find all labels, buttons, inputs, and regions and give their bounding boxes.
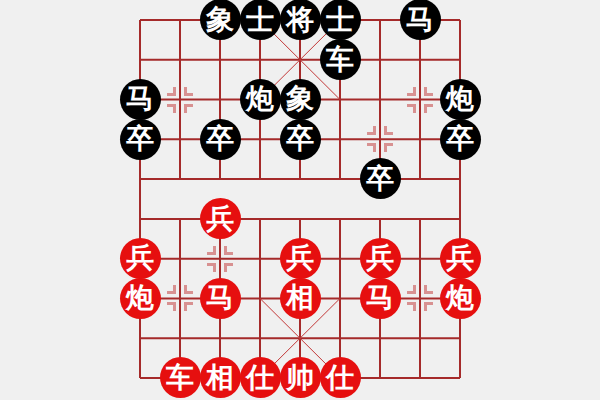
intersection[interactable]: 相 <box>200 358 240 398</box>
piece-glyph: 卒 <box>126 125 154 153</box>
piece-red-soldier[interactable]: 兵 <box>120 238 161 279</box>
piece-black-elephant[interactable]: 象 <box>200 0 241 40</box>
piece-red-horse[interactable]: 马 <box>360 278 401 319</box>
intersection[interactable]: 卒 <box>360 159 400 199</box>
piece-glyph: 兵 <box>206 205 234 233</box>
piece-glyph: 马 <box>406 6 434 34</box>
piece-glyph: 车 <box>326 46 354 74</box>
piece-black-advisor[interactable]: 士 <box>320 0 361 40</box>
piece-black-cannon[interactable]: 炮 <box>240 79 281 120</box>
piece-glyph: 仕 <box>246 364 274 392</box>
piece-glyph: 卒 <box>206 125 234 153</box>
piece-glyph: 兵 <box>126 244 154 272</box>
piece-glyph: 帅 <box>286 364 314 392</box>
piece-red-chariot[interactable]: 车 <box>160 357 201 398</box>
piece-black-general[interactable]: 将 <box>280 0 321 40</box>
piece-black-horse[interactable]: 马 <box>400 0 441 40</box>
piece-red-soldier[interactable]: 兵 <box>360 238 401 279</box>
intersection[interactable]: 士 <box>320 0 360 40</box>
piece-glyph: 士 <box>246 6 274 34</box>
piece-glyph: 兵 <box>366 244 394 272</box>
intersection[interactable]: 马 <box>360 278 400 318</box>
piece-glyph: 卒 <box>286 125 314 153</box>
piece-red-advisor[interactable]: 仕 <box>240 357 281 398</box>
piece-glyph: 象 <box>286 85 314 113</box>
intersection[interactable]: 帅 <box>280 358 320 398</box>
piece-black-chariot[interactable]: 车 <box>320 39 361 80</box>
intersection[interactable]: 炮 <box>440 278 480 318</box>
intersection[interactable]: 士 <box>240 0 280 40</box>
intersection[interactable]: 兵 <box>360 239 400 279</box>
piece-glyph: 象 <box>206 6 234 34</box>
piece-glyph: 车 <box>166 364 194 392</box>
intersection[interactable]: 象 <box>200 0 240 40</box>
piece-glyph: 仕 <box>326 364 354 392</box>
intersection[interactable]: 相 <box>280 278 320 318</box>
intersection[interactable]: 将 <box>280 0 320 40</box>
intersection[interactable]: 兵 <box>120 239 160 279</box>
intersection[interactable]: 兵 <box>200 199 240 239</box>
piece-glyph: 马 <box>126 85 154 113</box>
xiangqi-board[interactable]: 象士将士马车马炮象炮卒卒卒卒卒兵兵兵兵兵炮马相马炮车相仕帅仕 <box>120 0 480 398</box>
piece-red-elephant[interactable]: 相 <box>280 278 321 319</box>
piece-black-cannon[interactable]: 炮 <box>440 79 481 120</box>
piece-glyph: 卒 <box>446 125 474 153</box>
piece-black-elephant[interactable]: 象 <box>280 79 321 120</box>
intersection[interactable]: 炮 <box>120 278 160 318</box>
piece-red-soldier[interactable]: 兵 <box>280 238 321 279</box>
intersection[interactable]: 车 <box>320 40 360 80</box>
piece-glyph: 炮 <box>446 85 474 113</box>
intersection[interactable]: 兵 <box>440 239 480 279</box>
piece-red-cannon[interactable]: 炮 <box>120 278 161 319</box>
intersection[interactable]: 车 <box>160 358 200 398</box>
piece-glyph: 炮 <box>446 284 474 312</box>
intersection[interactable]: 卒 <box>120 119 160 159</box>
piece-black-soldier[interactable]: 卒 <box>280 119 321 160</box>
intersection[interactable]: 马 <box>200 278 240 318</box>
intersection[interactable]: 马 <box>120 80 160 120</box>
intersection[interactable]: 象 <box>280 80 320 120</box>
piece-red-elephant[interactable]: 相 <box>200 357 241 398</box>
intersection[interactable]: 卒 <box>200 119 240 159</box>
piece-red-cannon[interactable]: 炮 <box>440 278 481 319</box>
intersection[interactable]: 炮 <box>440 80 480 120</box>
piece-red-soldier[interactable]: 兵 <box>200 198 241 239</box>
piece-black-advisor[interactable]: 士 <box>240 0 281 40</box>
piece-glyph: 卒 <box>366 165 394 193</box>
intersection[interactable]: 仕 <box>320 358 360 398</box>
piece-red-horse[interactable]: 马 <box>200 278 241 319</box>
piece-black-horse[interactable]: 马 <box>120 79 161 120</box>
piece-black-soldier[interactable]: 卒 <box>440 119 481 160</box>
piece-red-soldier[interactable]: 兵 <box>440 238 481 279</box>
piece-black-soldier[interactable]: 卒 <box>360 158 401 199</box>
piece-red-general[interactable]: 帅 <box>280 357 321 398</box>
piece-glyph: 士 <box>326 6 354 34</box>
piece-glyph: 相 <box>206 364 234 392</box>
piece-glyph: 将 <box>286 6 314 34</box>
piece-glyph: 兵 <box>286 244 314 272</box>
intersection[interactable]: 卒 <box>440 119 480 159</box>
piece-glyph: 马 <box>366 284 394 312</box>
intersection[interactable]: 卒 <box>280 119 320 159</box>
piece-glyph: 马 <box>206 284 234 312</box>
intersection[interactable]: 炮 <box>240 80 280 120</box>
intersection[interactable]: 仕 <box>240 358 280 398</box>
piece-glyph: 炮 <box>246 85 274 113</box>
intersection[interactable]: 马 <box>400 0 440 40</box>
piece-red-advisor[interactable]: 仕 <box>320 357 361 398</box>
piece-black-soldier[interactable]: 卒 <box>120 119 161 160</box>
piece-glyph: 兵 <box>446 244 474 272</box>
piece-glyph: 炮 <box>126 284 154 312</box>
intersection[interactable]: 兵 <box>280 239 320 279</box>
piece-glyph: 相 <box>286 284 314 312</box>
xiangqi-diagram: 象士将士马车马炮象炮卒卒卒卒卒兵兵兵兵兵炮马相马炮车相仕帅仕 <box>0 0 600 400</box>
piece-black-soldier[interactable]: 卒 <box>200 119 241 160</box>
